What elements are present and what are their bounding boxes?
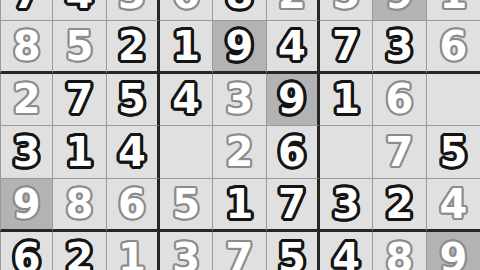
digit: 1 (439, 0, 467, 14)
digit: 7 (13, 0, 41, 14)
digit: 7 (386, 132, 414, 172)
digit: 5 (332, 0, 360, 14)
cell-r1c2[interactable]: 4 (53, 0, 106, 21)
digit: 8 (13, 26, 41, 66)
digit: 8 (226, 0, 254, 14)
digit: 5 (172, 184, 200, 224)
cell-r6c4[interactable]: 3 (160, 232, 213, 270)
cell-r2c8[interactable]: 3 (373, 21, 426, 74)
cell-r2c5[interactable]: 9 (213, 21, 266, 74)
digit: 6 (172, 0, 200, 14)
cell-r4c1[interactable]: 3 (0, 126, 53, 179)
cell-r3c2[interactable]: 7 (53, 74, 106, 127)
cell-r6c2[interactable]: 2 (53, 232, 106, 270)
digit: 8 (386, 238, 414, 270)
digit: 7 (332, 26, 360, 66)
digit: 6 (386, 79, 414, 119)
cell-r4c5[interactable]: 2 (213, 126, 266, 179)
cell-r2c1[interactable]: 8 (0, 21, 53, 74)
digit: 3 (332, 184, 360, 224)
cell-r2c6[interactable]: 4 (267, 21, 320, 74)
cell-r3c4[interactable]: 4 (160, 74, 213, 127)
cell-r5c4[interactable]: 5 (160, 179, 213, 232)
cell-r4c9[interactable]: 5 (427, 126, 480, 179)
digit: 5 (278, 238, 306, 270)
sudoku-board: 7436825918521947362754391631426759865173… (0, 0, 480, 270)
cell-r3c8[interactable]: 6 (373, 74, 426, 127)
cell-r1c3[interactable]: 3 (107, 0, 160, 21)
cell-r6c3[interactable]: 1 (107, 232, 160, 270)
digit: 1 (332, 79, 360, 119)
cell-r6c6[interactable]: 5 (267, 232, 320, 270)
cell-r4c7[interactable] (320, 126, 373, 179)
digit: 2 (386, 184, 414, 224)
cell-r2c3[interactable]: 2 (107, 21, 160, 74)
digit: 6 (278, 132, 306, 172)
digit: 1 (226, 184, 254, 224)
cell-r5c5[interactable]: 1 (213, 179, 266, 232)
cell-r2c7[interactable]: 7 (320, 21, 373, 74)
digit: 7 (66, 79, 94, 119)
digit: 2 (13, 79, 41, 119)
digit: 3 (226, 79, 254, 119)
digit: 2 (278, 0, 306, 14)
cell-r4c8[interactable]: 7 (373, 126, 426, 179)
digit: 9 (278, 79, 306, 119)
cell-r4c6[interactable]: 6 (267, 126, 320, 179)
cell-r6c7[interactable]: 4 (320, 232, 373, 270)
digit: 6 (439, 26, 467, 66)
cell-r5c3[interactable]: 6 (107, 179, 160, 232)
cell-r3c6[interactable]: 9 (267, 74, 320, 127)
digit: 5 (439, 132, 467, 172)
digit: 3 (13, 132, 41, 172)
digit: 9 (439, 238, 467, 270)
cell-r1c8[interactable]: 9 (373, 0, 426, 21)
cell-r1c1[interactable]: 7 (0, 0, 53, 21)
digit: 7 (278, 184, 306, 224)
digit: 8 (66, 184, 94, 224)
digit: 2 (226, 132, 254, 172)
cell-r2c2[interactable]: 5 (53, 21, 106, 74)
digit: 6 (118, 184, 146, 224)
cell-r4c4[interactable] (160, 126, 213, 179)
digit: 4 (278, 26, 306, 66)
cell-r3c1[interactable]: 2 (0, 74, 53, 127)
cell-r5c8[interactable]: 2 (373, 179, 426, 232)
cell-r1c5[interactable]: 8 (213, 0, 266, 21)
cell-r2c4[interactable]: 1 (160, 21, 213, 74)
digit: 4 (439, 184, 467, 224)
digit: 1 (118, 238, 146, 270)
cell-r1c9[interactable]: 1 (427, 0, 480, 21)
cell-r2c9[interactable]: 6 (427, 21, 480, 74)
digit: 2 (118, 26, 146, 66)
cell-r4c2[interactable]: 1 (53, 126, 106, 179)
cell-r5c2[interactable]: 8 (53, 179, 106, 232)
digit: 1 (66, 132, 94, 172)
digit: 7 (226, 238, 254, 270)
digit: 9 (13, 184, 41, 224)
cell-r3c3[interactable]: 5 (107, 74, 160, 127)
digit: 5 (66, 26, 94, 66)
digit: 6 (13, 238, 41, 270)
cell-r1c7[interactable]: 5 (320, 0, 373, 21)
digit: 4 (172, 79, 200, 119)
cell-r3c9[interactable] (427, 74, 480, 127)
cell-r4c3[interactable]: 4 (107, 126, 160, 179)
cell-r3c5[interactable]: 3 (213, 74, 266, 127)
cell-r3c7[interactable]: 1 (320, 74, 373, 127)
cell-r6c1[interactable]: 6 (0, 232, 53, 270)
cell-r5c6[interactable]: 7 (267, 179, 320, 232)
digit: 3 (172, 238, 200, 270)
digit: 9 (386, 0, 414, 14)
cell-r6c8[interactable]: 8 (373, 232, 426, 270)
digit: 4 (66, 0, 94, 14)
digit: 5 (118, 79, 146, 119)
cell-r1c4[interactable]: 6 (160, 0, 213, 21)
digit: 3 (386, 26, 414, 66)
digit: 4 (118, 132, 146, 172)
digit: 9 (226, 26, 254, 66)
cell-r5c7[interactable]: 3 (320, 179, 373, 232)
digit: 4 (332, 238, 360, 270)
cell-r6c9[interactable]: 9 (427, 232, 480, 270)
digit: 3 (118, 0, 146, 14)
sudoku-grid: 7436825918521947362754391631426759865173… (0, 0, 480, 270)
digit: 1 (172, 26, 200, 66)
cell-r1c6[interactable]: 2 (267, 0, 320, 21)
cell-r6c5[interactable]: 7 (213, 232, 266, 270)
cell-r5c9[interactable]: 4 (427, 179, 480, 232)
digit: 2 (66, 238, 94, 270)
cell-r5c1[interactable]: 9 (0, 179, 53, 232)
